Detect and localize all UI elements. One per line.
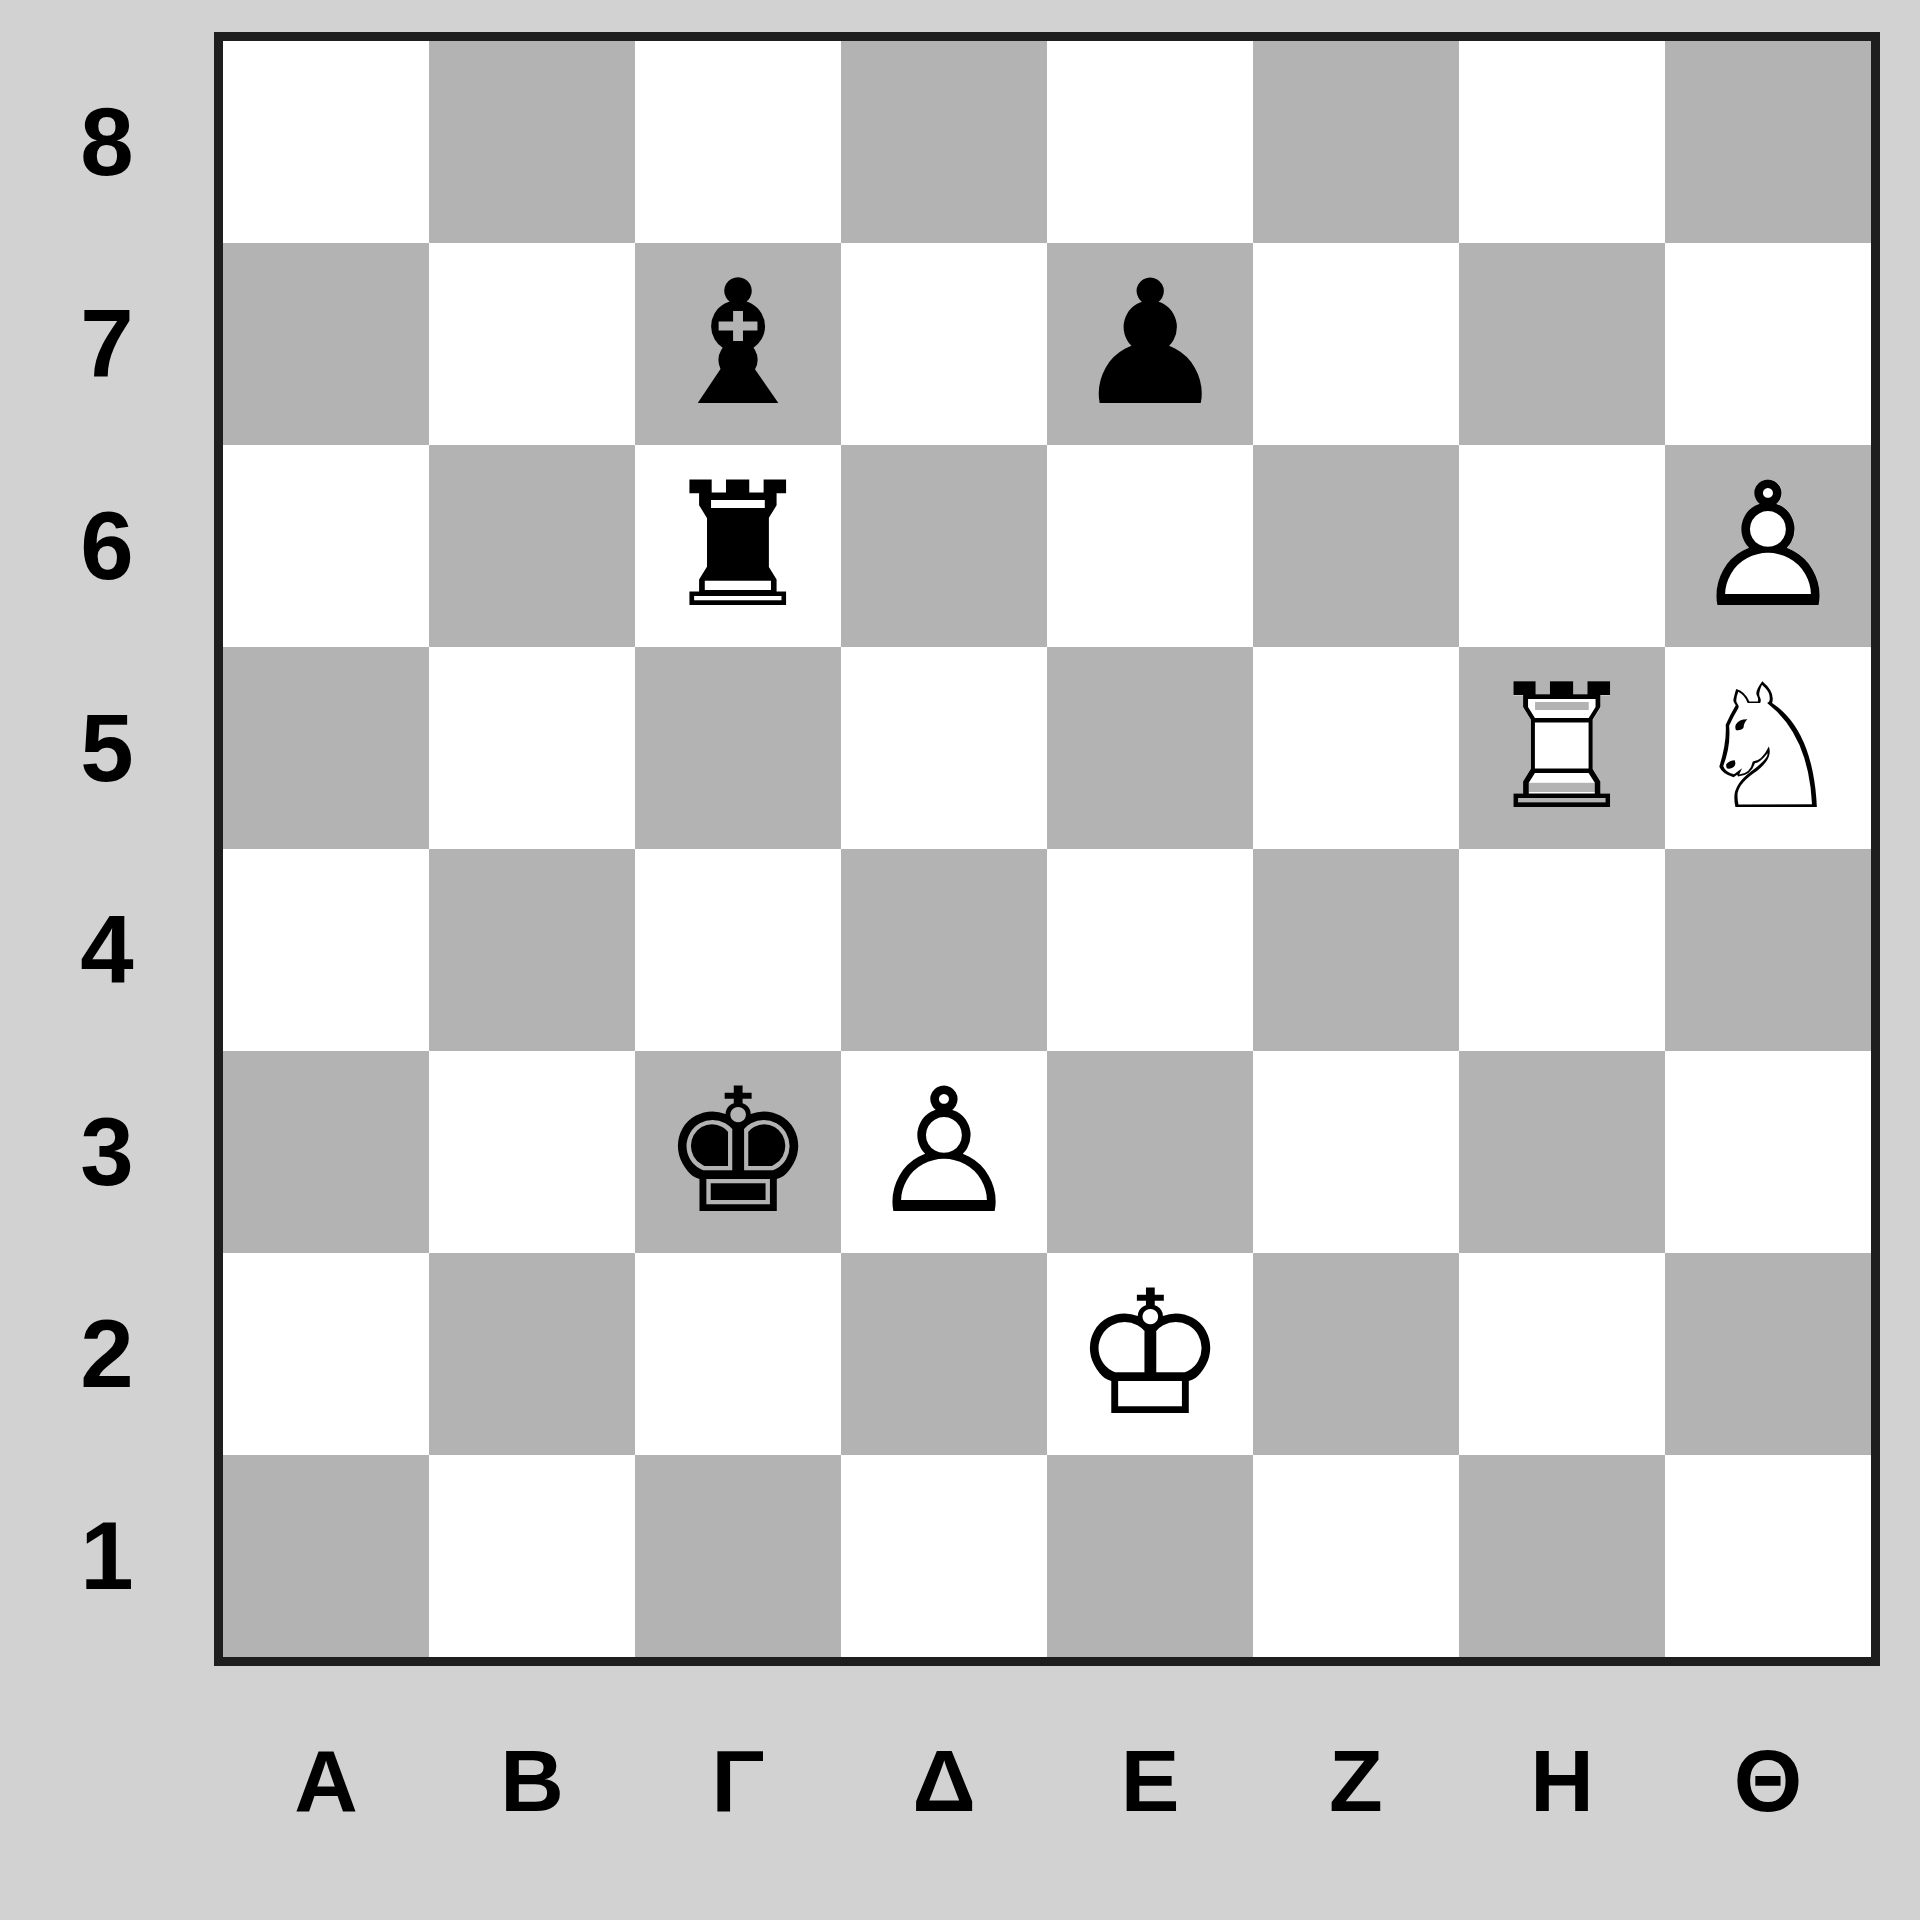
square-c6[interactable]: ♜ bbox=[635, 445, 841, 647]
square-f2[interactable] bbox=[1253, 1253, 1459, 1455]
square-a1[interactable] bbox=[223, 1455, 429, 1657]
square-h6[interactable]: ♟♙ bbox=[1665, 445, 1871, 647]
square-e2[interactable]: ♚♔ bbox=[1047, 1253, 1253, 1455]
square-h7[interactable] bbox=[1665, 243, 1871, 445]
square-e8[interactable] bbox=[1047, 41, 1253, 243]
square-d2[interactable] bbox=[841, 1253, 1047, 1455]
square-c3[interactable]: ♚ bbox=[635, 1051, 841, 1253]
square-d4[interactable] bbox=[841, 849, 1047, 1051]
square-d5[interactable] bbox=[841, 647, 1047, 849]
file-label-a: Α bbox=[223, 1666, 429, 1896]
white-king-e2: ♚♔ bbox=[1047, 1253, 1253, 1455]
white-knight-h5: ♞♘ bbox=[1665, 647, 1871, 849]
file-label-g: Η bbox=[1459, 1666, 1665, 1896]
white-rook-g5: ♜♖ bbox=[1459, 647, 1665, 849]
square-b1[interactable] bbox=[429, 1455, 635, 1657]
square-e6[interactable] bbox=[1047, 445, 1253, 647]
square-f5[interactable] bbox=[1253, 647, 1459, 849]
rank-label-1: 1 bbox=[0, 1455, 214, 1657]
square-g7[interactable] bbox=[1459, 243, 1665, 445]
square-g3[interactable] bbox=[1459, 1051, 1665, 1253]
white-knight-outline-glyph: ♘ bbox=[1665, 647, 1871, 849]
square-h5[interactable]: ♞♘ bbox=[1665, 647, 1871, 849]
file-label-e: Ε bbox=[1047, 1666, 1253, 1896]
square-e4[interactable] bbox=[1047, 849, 1253, 1051]
square-c4[interactable] bbox=[635, 849, 841, 1051]
rank-label-8: 8 bbox=[0, 41, 214, 243]
rank-label-6: 6 bbox=[0, 445, 214, 647]
square-f4[interactable] bbox=[1253, 849, 1459, 1051]
square-a7[interactable] bbox=[223, 243, 429, 445]
square-b8[interactable] bbox=[429, 41, 635, 243]
square-a5[interactable] bbox=[223, 647, 429, 849]
rank-label-4: 4 bbox=[0, 849, 214, 1051]
square-d1[interactable] bbox=[841, 1455, 1047, 1657]
white-pawn-outline-glyph: ♙ bbox=[841, 1051, 1047, 1253]
file-label-b: Β bbox=[429, 1666, 635, 1896]
square-b2[interactable] bbox=[429, 1253, 635, 1455]
square-e7[interactable]: ♟ bbox=[1047, 243, 1253, 445]
square-h8[interactable] bbox=[1665, 41, 1871, 243]
square-g6[interactable] bbox=[1459, 445, 1665, 647]
black-bishop-c7: ♝ bbox=[635, 243, 841, 445]
square-a2[interactable] bbox=[223, 1253, 429, 1455]
file-label-d: Δ bbox=[841, 1666, 1047, 1896]
square-g5[interactable]: ♜♖ bbox=[1459, 647, 1665, 849]
white-pawn-outline-glyph: ♙ bbox=[1665, 445, 1871, 647]
square-a8[interactable] bbox=[223, 41, 429, 243]
black-king-c3: ♚ bbox=[635, 1051, 841, 1253]
rank-label-2: 2 bbox=[0, 1253, 214, 1455]
black-pawn-e7: ♟ bbox=[1047, 243, 1253, 445]
square-b5[interactable] bbox=[429, 647, 635, 849]
rank-label-3: 3 bbox=[0, 1051, 214, 1253]
rank-label-7: 7 bbox=[0, 243, 214, 445]
square-h2[interactable] bbox=[1665, 1253, 1871, 1455]
square-b4[interactable] bbox=[429, 849, 635, 1051]
file-labels: ΑΒΓΔΕΖΗΘ bbox=[223, 1666, 1871, 1896]
square-b7[interactable] bbox=[429, 243, 635, 445]
white-rook-outline-glyph: ♖ bbox=[1459, 647, 1665, 849]
square-f7[interactable] bbox=[1253, 243, 1459, 445]
rank-label-5: 5 bbox=[0, 647, 214, 849]
square-c5[interactable] bbox=[635, 647, 841, 849]
square-d7[interactable] bbox=[841, 243, 1047, 445]
square-c8[interactable] bbox=[635, 41, 841, 243]
square-c2[interactable] bbox=[635, 1253, 841, 1455]
square-g2[interactable] bbox=[1459, 1253, 1665, 1455]
square-g4[interactable] bbox=[1459, 849, 1665, 1051]
square-h1[interactable] bbox=[1665, 1455, 1871, 1657]
file-label-f: Ζ bbox=[1253, 1666, 1459, 1896]
square-h4[interactable] bbox=[1665, 849, 1871, 1051]
square-b3[interactable] bbox=[429, 1051, 635, 1253]
square-a4[interactable] bbox=[223, 849, 429, 1051]
square-f8[interactable] bbox=[1253, 41, 1459, 243]
square-b6[interactable] bbox=[429, 445, 635, 647]
square-d6[interactable] bbox=[841, 445, 1047, 647]
square-g8[interactable] bbox=[1459, 41, 1665, 243]
rank-labels: 87654321 bbox=[0, 41, 214, 1657]
square-f1[interactable] bbox=[1253, 1455, 1459, 1657]
square-e1[interactable] bbox=[1047, 1455, 1253, 1657]
white-pawn-h6: ♟♙ bbox=[1665, 445, 1871, 647]
chess-board: ♝♟♜♟♙♜♖♞♘♚♟♙♚♔ bbox=[214, 32, 1880, 1666]
square-g1[interactable] bbox=[1459, 1455, 1665, 1657]
white-pawn-d3: ♟♙ bbox=[841, 1051, 1047, 1253]
white-king-outline-glyph: ♔ bbox=[1047, 1253, 1253, 1455]
square-c1[interactable] bbox=[635, 1455, 841, 1657]
square-e3[interactable] bbox=[1047, 1051, 1253, 1253]
square-a6[interactable] bbox=[223, 445, 429, 647]
square-h3[interactable] bbox=[1665, 1051, 1871, 1253]
square-f3[interactable] bbox=[1253, 1051, 1459, 1253]
file-label-c: Γ bbox=[635, 1666, 841, 1896]
black-rook-c6: ♜ bbox=[635, 445, 841, 647]
chess-diagram: 87654321 ♝♟♜♟♙♜♖♞♘♚♟♙♚♔ ΑΒΓΔΕΖΗΘ bbox=[0, 0, 1920, 1920]
square-f6[interactable] bbox=[1253, 445, 1459, 647]
square-e5[interactable] bbox=[1047, 647, 1253, 849]
square-a3[interactable] bbox=[223, 1051, 429, 1253]
file-label-h: Θ bbox=[1665, 1666, 1871, 1896]
square-d3[interactable]: ♟♙ bbox=[841, 1051, 1047, 1253]
square-d8[interactable] bbox=[841, 41, 1047, 243]
square-c7[interactable]: ♝ bbox=[635, 243, 841, 445]
